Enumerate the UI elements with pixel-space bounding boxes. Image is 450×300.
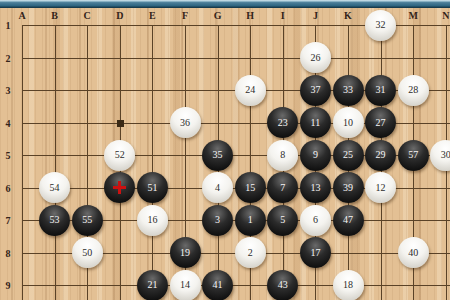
stone-move-number: 5	[280, 215, 285, 225]
stone-C8[interactable]: 50	[72, 237, 103, 268]
stone-M5[interactable]: 57	[398, 140, 429, 171]
stone-move-number: 40	[408, 248, 418, 258]
stone-L1[interactable]: 32	[365, 10, 396, 41]
column-label-A: A	[18, 10, 25, 21]
row-label-7: 7	[6, 215, 11, 226]
stone-D5[interactable]: 52	[104, 140, 135, 171]
stone-H7[interactable]: 1	[235, 205, 266, 236]
stone-move-number: 54	[50, 183, 60, 193]
stone-K7[interactable]: 47	[333, 205, 364, 236]
stone-move-number: 55	[82, 215, 92, 225]
stone-move-number: 16	[147, 215, 157, 225]
stone-E6[interactable]: 51	[137, 172, 168, 203]
stone-move-number: 51	[147, 183, 157, 193]
stone-I6[interactable]: 7	[267, 172, 298, 203]
stone-K3[interactable]: 33	[333, 75, 364, 106]
stone-move-number: 29	[376, 150, 386, 160]
column-label-J: J	[313, 10, 318, 21]
stone-move-number: 8	[280, 150, 285, 160]
column-label-K: K	[344, 10, 352, 21]
stone-K6[interactable]: 39	[333, 172, 364, 203]
stone-M8[interactable]: 40	[398, 237, 429, 268]
stone-E9[interactable]: 21	[137, 270, 168, 300]
stone-H6[interactable]: 15	[235, 172, 266, 203]
stone-move-number: 1	[248, 215, 253, 225]
stone-G7[interactable]: 3	[202, 205, 233, 236]
grid-vline-B	[55, 25, 56, 300]
stone-move-number: 19	[180, 248, 190, 258]
stone-F8[interactable]: 19	[170, 237, 201, 268]
stone-move-number: 53	[50, 215, 60, 225]
stone-K9[interactable]: 18	[333, 270, 364, 300]
stone-move-number: 11	[311, 118, 321, 128]
stone-J7[interactable]: 6	[300, 205, 331, 236]
stone-K4[interactable]: 10	[333, 107, 364, 138]
column-label-H: H	[246, 10, 254, 21]
stone-move-number: 17	[310, 248, 320, 258]
grid-hline-9	[22, 285, 450, 286]
stone-J4[interactable]: 11	[300, 107, 331, 138]
stone-G5[interactable]: 35	[202, 140, 233, 171]
stone-move-number: 50	[82, 248, 92, 258]
grid-vline-A	[22, 25, 23, 300]
window-top-bar	[0, 0, 450, 8]
stone-L3[interactable]: 31	[365, 75, 396, 106]
stone-move-number: 14	[180, 280, 190, 290]
stone-G9[interactable]: 41	[202, 270, 233, 300]
stone-J5[interactable]: 9	[300, 140, 331, 171]
row-label-2: 2	[6, 52, 11, 63]
stone-move-number: 30	[441, 150, 450, 160]
stone-B7[interactable]: 53	[39, 205, 70, 236]
grid-vline-E	[152, 25, 153, 300]
stone-move-number: 4	[215, 183, 220, 193]
stone-move-number: 23	[278, 118, 288, 128]
stone-move-number: 36	[180, 118, 190, 128]
stone-H8[interactable]: 2	[235, 237, 266, 268]
stone-K5[interactable]: 25	[333, 140, 364, 171]
stone-J3[interactable]: 37	[300, 75, 331, 106]
row-label-4: 4	[6, 117, 11, 128]
stone-move-number: 32	[376, 20, 386, 30]
stone-I7[interactable]: 5	[267, 205, 298, 236]
row-label-6: 6	[6, 182, 11, 193]
row-label-1: 1	[6, 20, 11, 31]
stone-E7[interactable]: 16	[137, 205, 168, 236]
stone-move-number: 15	[245, 183, 255, 193]
stone-move-number: 18	[343, 280, 353, 290]
stone-move-number: 10	[343, 118, 353, 128]
column-label-N: N	[442, 10, 449, 21]
column-label-E: E	[149, 10, 156, 21]
stone-B6[interactable]: 54	[39, 172, 70, 203]
column-label-D: D	[116, 10, 123, 21]
stone-move-number: 12	[376, 183, 386, 193]
stone-D6[interactable]	[104, 172, 135, 203]
stone-move-number: 57	[408, 150, 418, 160]
stone-move-number: 37	[310, 85, 320, 95]
stone-C7[interactable]: 55	[72, 205, 103, 236]
stone-move-number: 25	[343, 150, 353, 160]
stone-F4[interactable]: 36	[170, 107, 201, 138]
last-move-marker-icon	[112, 180, 127, 195]
stone-move-number: 21	[147, 280, 157, 290]
stone-N5[interactable]: 30	[430, 140, 450, 171]
stone-I5[interactable]: 8	[267, 140, 298, 171]
stone-move-number: 9	[313, 150, 318, 160]
stone-move-number: 47	[343, 215, 353, 225]
column-label-C: C	[84, 10, 91, 21]
column-label-G: G	[214, 10, 222, 21]
stone-J8[interactable]: 17	[300, 237, 331, 268]
stone-move-number: 31	[376, 85, 386, 95]
stone-I9[interactable]: 43	[267, 270, 298, 300]
stone-move-number: 41	[213, 280, 223, 290]
stone-L5[interactable]: 29	[365, 140, 396, 171]
column-label-B: B	[51, 10, 58, 21]
stone-J6[interactable]: 13	[300, 172, 331, 203]
star-point-D4	[117, 120, 124, 127]
row-label-3: 3	[6, 85, 11, 96]
row-label-8: 8	[6, 247, 11, 258]
stone-move-number: 28	[408, 85, 418, 95]
column-label-M: M	[408, 10, 417, 21]
stone-move-number: 3	[215, 215, 220, 225]
row-label-5: 5	[6, 150, 11, 161]
stone-move-number: 24	[245, 85, 255, 95]
stone-move-number: 43	[278, 280, 288, 290]
stone-H3[interactable]: 24	[235, 75, 266, 106]
stone-G6[interactable]: 4	[202, 172, 233, 203]
column-label-F: F	[182, 10, 188, 21]
stone-move-number: 35	[213, 150, 223, 160]
stone-I4[interactable]: 23	[267, 107, 298, 138]
stone-J2[interactable]: 26	[300, 42, 331, 73]
stone-F9[interactable]: 14	[170, 270, 201, 300]
column-label-I: I	[281, 10, 285, 21]
stone-move-number: 39	[343, 183, 353, 193]
stone-move-number: 7	[280, 183, 285, 193]
stone-move-number: 2	[248, 248, 253, 258]
stone-move-number: 33	[343, 85, 353, 95]
stone-move-number: 27	[376, 118, 386, 128]
grid-hline-2	[22, 58, 450, 59]
stone-L6[interactable]: 12	[365, 172, 396, 203]
stone-L4[interactable]: 27	[365, 107, 396, 138]
stone-move-number: 13	[310, 183, 320, 193]
stone-move-number: 52	[115, 150, 125, 160]
stone-move-number: 6	[313, 215, 318, 225]
row-label-9: 9	[6, 280, 11, 291]
stone-move-number: 26	[310, 53, 320, 63]
go-board-viewer: ABCDEFGHIJKLMN 123456789 322624373331283…	[0, 0, 450, 300]
stone-M3[interactable]: 28	[398, 75, 429, 106]
